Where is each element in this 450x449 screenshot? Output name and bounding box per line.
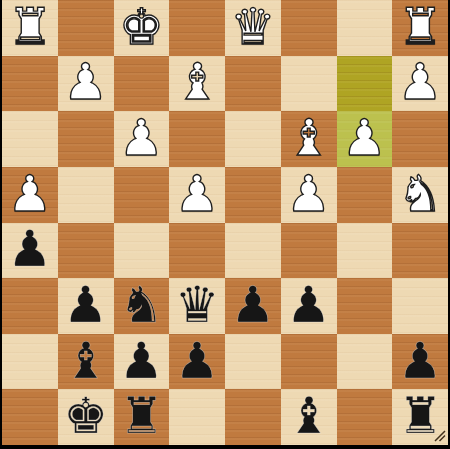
square-d4[interactable] (225, 167, 281, 223)
piece-black-bishop-c8[interactable]: ♝ (286, 391, 331, 441)
piece-black-pawn-a7[interactable]: ♟ (398, 336, 443, 386)
square-c4[interactable]: ♟ (281, 167, 337, 223)
square-h2[interactable] (2, 56, 58, 112)
square-g2[interactable]: ♟ (58, 56, 114, 112)
square-c7[interactable] (281, 334, 337, 390)
piece-black-queen-e6[interactable]: ♛ (175, 280, 220, 330)
square-e6[interactable]: ♛ (169, 278, 225, 334)
square-a2[interactable]: ♟ (392, 56, 448, 112)
square-a3[interactable] (392, 111, 448, 167)
square-d5[interactable] (225, 223, 281, 279)
square-d8[interactable] (225, 389, 281, 445)
square-c3[interactable]: ♝ (281, 111, 337, 167)
square-g1[interactable] (58, 0, 114, 56)
square-h8[interactable] (2, 389, 58, 445)
square-a1[interactable]: ♜ (392, 0, 448, 56)
piece-white-pawn-g2[interactable]: ♟ (63, 57, 108, 107)
square-d3[interactable] (225, 111, 281, 167)
square-f3[interactable]: ♟ (114, 111, 170, 167)
square-a6[interactable] (392, 278, 448, 334)
square-e1[interactable] (169, 0, 225, 56)
square-e2[interactable]: ♝ (169, 56, 225, 112)
square-e4[interactable]: ♟ (169, 167, 225, 223)
square-c6[interactable]: ♟ (281, 278, 337, 334)
piece-white-bishop-e2[interactable]: ♝ (175, 57, 220, 107)
square-d6[interactable]: ♟ (225, 278, 281, 334)
square-h3[interactable] (2, 111, 58, 167)
piece-white-knight-a4[interactable]: ♞ (398, 169, 443, 219)
piece-black-pawn-c6[interactable]: ♟ (286, 280, 331, 330)
piece-black-knight-f6[interactable]: ♞ (119, 280, 164, 330)
square-e3[interactable] (169, 111, 225, 167)
square-f4[interactable] (114, 167, 170, 223)
square-g7[interactable]: ♝ (58, 334, 114, 390)
square-h7[interactable] (2, 334, 58, 390)
piece-white-pawn-f3[interactable]: ♟ (119, 113, 164, 163)
square-c2[interactable] (281, 56, 337, 112)
piece-white-queen-d1[interactable]: ♛ (230, 2, 275, 52)
piece-white-bishop-c3[interactable]: ♝ (286, 113, 331, 163)
piece-black-king-g8[interactable]: ♚ (63, 391, 108, 441)
piece-white-rook-h1[interactable]: ♜ (7, 2, 52, 52)
square-b4[interactable] (337, 167, 393, 223)
square-h6[interactable] (2, 278, 58, 334)
square-g4[interactable] (58, 167, 114, 223)
square-b7[interactable] (337, 334, 393, 390)
piece-black-pawn-d6[interactable]: ♟ (230, 280, 275, 330)
piece-black-bishop-g7[interactable]: ♝ (63, 336, 108, 386)
square-f2[interactable] (114, 56, 170, 112)
piece-white-pawn-e4[interactable]: ♟ (175, 169, 220, 219)
square-b6[interactable] (337, 278, 393, 334)
square-h1[interactable]: ♜ (2, 0, 58, 56)
square-d1[interactable]: ♛ (225, 0, 281, 56)
square-f6[interactable]: ♞ (114, 278, 170, 334)
piece-white-rook-a1[interactable]: ♜ (398, 2, 443, 52)
square-g3[interactable] (58, 111, 114, 167)
square-b1[interactable] (337, 0, 393, 56)
piece-white-pawn-h4[interactable]: ♟ (7, 169, 52, 219)
square-b3[interactable]: ♟ (337, 111, 393, 167)
square-a5[interactable] (392, 223, 448, 279)
square-c5[interactable] (281, 223, 337, 279)
square-c1[interactable] (281, 0, 337, 56)
square-b8[interactable] (337, 389, 393, 445)
square-g8[interactable]: ♚ (58, 389, 114, 445)
square-c8[interactable]: ♝ (281, 389, 337, 445)
square-f1[interactable]: ♚ (114, 0, 170, 56)
piece-white-pawn-c4[interactable]: ♟ (286, 169, 331, 219)
square-g6[interactable]: ♟ (58, 278, 114, 334)
square-e7[interactable]: ♟ (169, 334, 225, 390)
resize-grip-icon[interactable] (433, 429, 446, 442)
square-a7[interactable]: ♟ (392, 334, 448, 390)
piece-black-pawn-h5[interactable]: ♟ (7, 224, 52, 274)
square-e5[interactable] (169, 223, 225, 279)
square-h4[interactable]: ♟ (2, 167, 58, 223)
square-h5[interactable]: ♟ (2, 223, 58, 279)
piece-white-pawn-b3[interactable]: ♟ (342, 113, 387, 163)
square-g5[interactable] (58, 223, 114, 279)
square-d2[interactable] (225, 56, 281, 112)
piece-white-king-f1[interactable]: ♚ (119, 2, 164, 52)
square-e8[interactable] (169, 389, 225, 445)
piece-black-pawn-f7[interactable]: ♟ (119, 336, 164, 386)
chess-board: ♜♚♛♜♟♝♟♟♝♟♟♟♟♞♟♟♞♛♟♟♝♟♟♟♚♜♝♜ (2, 0, 448, 445)
square-a4[interactable]: ♞ (392, 167, 448, 223)
square-d7[interactable] (225, 334, 281, 390)
piece-black-rook-f8[interactable]: ♜ (119, 391, 164, 441)
square-f8[interactable]: ♜ (114, 389, 170, 445)
square-f5[interactable] (114, 223, 170, 279)
square-f7[interactable]: ♟ (114, 334, 170, 390)
piece-black-pawn-g6[interactable]: ♟ (63, 280, 108, 330)
piece-black-pawn-e7[interactable]: ♟ (175, 336, 220, 386)
chess-board-frame: ♜♚♛♜♟♝♟♟♝♟♟♟♟♞♟♟♞♛♟♟♝♟♟♟♚♜♝♜ (0, 0, 450, 449)
square-b5[interactable] (337, 223, 393, 279)
piece-white-pawn-a2[interactable]: ♟ (398, 57, 443, 107)
square-b2[interactable] (337, 56, 393, 112)
